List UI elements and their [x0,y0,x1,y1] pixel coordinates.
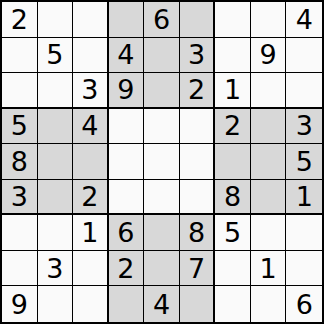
sudoku-cell-r5c2[interactable] [38,144,74,180]
sudoku-cell-r1c6[interactable] [180,2,216,38]
sudoku-cell-r1c7[interactable] [215,2,251,38]
sudoku-cell-r1c8[interactable] [251,2,287,38]
sudoku-cell-r3c6[interactable]: 2 [180,73,216,109]
sudoku-cell-r7c9[interactable] [286,215,322,251]
sudoku-cell-r8c2[interactable]: 3 [38,251,74,287]
sudoku-cell-r7c5[interactable] [144,215,180,251]
sudoku-cell-r6c7[interactable]: 8 [215,180,251,216]
sudoku-cell-r9c7[interactable] [215,286,251,322]
sudoku-cell-r9c9[interactable]: 6 [286,286,322,322]
sudoku-cell-r2c4[interactable]: 4 [109,38,145,74]
sudoku-cell-r2c7[interactable] [215,38,251,74]
sudoku-cell-r9c2[interactable] [38,286,74,322]
sudoku-cell-r7c7[interactable]: 5 [215,215,251,251]
sudoku-cell-r1c5[interactable]: 6 [144,2,180,38]
sudoku-cell-r8c1[interactable] [2,251,38,287]
sudoku-cell-r9c6[interactable] [180,286,216,322]
sudoku-cell-r4c1[interactable]: 5 [2,109,38,145]
sudoku-cell-r7c8[interactable] [251,215,287,251]
sudoku-cell-r8c5[interactable] [144,251,180,287]
sudoku-cell-r2c9[interactable] [286,38,322,74]
sudoku-board: 26454393921542385328116853271946 [0,0,324,324]
sudoku-cell-r8c7[interactable] [215,251,251,287]
sudoku-cell-r7c6[interactable]: 8 [180,215,216,251]
sudoku-cell-r8c6[interactable]: 7 [180,251,216,287]
sudoku-cell-r2c3[interactable] [73,38,109,74]
sudoku-cell-r5c4[interactable] [109,144,145,180]
sudoku-cell-r1c9[interactable]: 4 [286,2,322,38]
sudoku-cell-r5c3[interactable] [73,144,109,180]
sudoku-cell-r9c4[interactable] [109,286,145,322]
sudoku-cell-r4c5[interactable] [144,109,180,145]
sudoku-cell-r6c3[interactable]: 2 [73,180,109,216]
sudoku-cell-r2c1[interactable] [2,38,38,74]
sudoku-cell-r8c3[interactable] [73,251,109,287]
sudoku-cell-r3c3[interactable]: 3 [73,73,109,109]
sudoku-cell-r1c2[interactable] [38,2,74,38]
sudoku-cell-r8c4[interactable]: 2 [109,251,145,287]
sudoku-cell-r4c2[interactable] [38,109,74,145]
sudoku-cell-r7c3[interactable]: 1 [73,215,109,251]
sudoku-cell-r6c5[interactable] [144,180,180,216]
sudoku-cell-r2c2[interactable]: 5 [38,38,74,74]
sudoku-cell-r6c1[interactable]: 3 [2,180,38,216]
sudoku-cell-r7c4[interactable]: 6 [109,215,145,251]
sudoku-cell-r6c9[interactable]: 1 [286,180,322,216]
sudoku-cell-r8c9[interactable] [286,251,322,287]
sudoku-cell-r5c8[interactable] [251,144,287,180]
sudoku-cell-r2c5[interactable] [144,38,180,74]
sudoku-cell-r3c2[interactable] [38,73,74,109]
sudoku-cell-r2c8[interactable]: 9 [251,38,287,74]
sudoku-cell-r4c4[interactable] [109,109,145,145]
sudoku-cell-r9c1[interactable]: 9 [2,286,38,322]
sudoku-cell-r3c1[interactable] [2,73,38,109]
sudoku-cell-r8c8[interactable]: 1 [251,251,287,287]
sudoku-cell-r5c6[interactable] [180,144,216,180]
sudoku-cell-r4c9[interactable]: 3 [286,109,322,145]
sudoku-cell-r6c6[interactable] [180,180,216,216]
sudoku-cell-r6c2[interactable] [38,180,74,216]
sudoku-cell-r1c4[interactable] [109,2,145,38]
sudoku-cell-r6c8[interactable] [251,180,287,216]
sudoku-cell-r4c3[interactable]: 4 [73,109,109,145]
sudoku-cell-r9c5[interactable]: 4 [144,286,180,322]
sudoku-cell-r4c6[interactable] [180,109,216,145]
sudoku-cell-r1c1[interactable]: 2 [2,2,38,38]
sudoku-cell-r3c9[interactable] [286,73,322,109]
sudoku-cell-r6c4[interactable] [109,180,145,216]
sudoku-cell-r4c7[interactable]: 2 [215,109,251,145]
sudoku-cell-r2c6[interactable]: 3 [180,38,216,74]
sudoku-cell-r3c5[interactable] [144,73,180,109]
sudoku-cell-r7c2[interactable] [38,215,74,251]
sudoku-cell-r9c8[interactable] [251,286,287,322]
sudoku-cell-r5c5[interactable] [144,144,180,180]
sudoku-cell-r4c8[interactable] [251,109,287,145]
sudoku-cell-r1c3[interactable] [73,2,109,38]
sudoku-cell-r5c1[interactable]: 8 [2,144,38,180]
sudoku-cell-r3c7[interactable]: 1 [215,73,251,109]
sudoku-cell-r5c9[interactable]: 5 [286,144,322,180]
sudoku-cell-r5c7[interactable] [215,144,251,180]
sudoku-cell-r7c1[interactable] [2,215,38,251]
sudoku-cell-r3c8[interactable] [251,73,287,109]
sudoku-cell-r9c3[interactable] [73,286,109,322]
sudoku-cell-r3c4[interactable]: 9 [109,73,145,109]
